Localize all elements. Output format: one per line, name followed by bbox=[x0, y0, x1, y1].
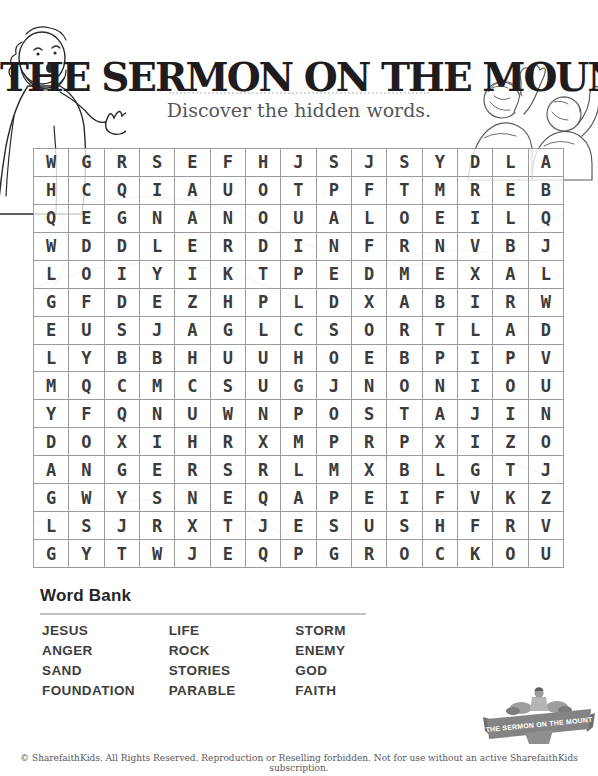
word-bank-column-3: STORMENEMYGODFAITH bbox=[295, 621, 422, 701]
grid-cell-r14c7[interactable]: J bbox=[246, 512, 281, 540]
grid-cell-r6c5[interactable]: Z bbox=[175, 289, 210, 317]
grid-cell-r6c6[interactable]: H bbox=[211, 289, 246, 317]
grid-cell-r15c12[interactable]: C bbox=[423, 540, 458, 568]
grid-cell-r4c3[interactable]: D bbox=[105, 233, 140, 261]
word-bank-rule bbox=[40, 613, 366, 615]
grid-cell-r9c9[interactable]: J bbox=[317, 372, 352, 400]
grid-cell-r2c10[interactable]: F bbox=[352, 177, 387, 205]
grid-cell-r9c5[interactable]: C bbox=[175, 372, 210, 400]
grid-cell-r3c5[interactable]: A bbox=[175, 205, 210, 233]
grid-cell-r8c7[interactable]: U bbox=[246, 345, 281, 373]
word-bank-item: STORIES bbox=[169, 661, 296, 681]
grid-cell-r11c10[interactable]: R bbox=[352, 428, 387, 456]
grid-cell-r9c6[interactable]: S bbox=[211, 372, 246, 400]
grid-cell-r12c2[interactable]: N bbox=[69, 456, 104, 484]
grid-cell-r3c8[interactable]: U bbox=[281, 205, 316, 233]
badge-logo: THE SERMON ON THE MOUNT bbox=[483, 686, 595, 750]
grid-cell-r8c9[interactable]: O bbox=[317, 345, 352, 373]
subtitle: Discover the hidden words. bbox=[0, 99, 598, 121]
grid-cell-r2c11[interactable]: T bbox=[387, 177, 422, 205]
grid-cell-r13c1[interactable]: G bbox=[34, 484, 69, 512]
grid-cell-r12c6[interactable]: S bbox=[211, 456, 246, 484]
grid-cell-r3c4[interactable]: N bbox=[140, 205, 175, 233]
grid-cell-r5c7[interactable]: T bbox=[246, 261, 281, 289]
grid-cell-r10c15[interactable]: N bbox=[529, 400, 564, 428]
grid-cell-r3c15[interactable]: Q bbox=[529, 205, 564, 233]
grid-cell-r8c10[interactable]: E bbox=[352, 345, 387, 373]
grid-cell-r4c6[interactable]: R bbox=[211, 233, 246, 261]
grid-cell-r11c15[interactable]: O bbox=[529, 428, 564, 456]
grid-cell-r9c8[interactable]: G bbox=[281, 372, 316, 400]
grid-cell-r8c3[interactable]: B bbox=[105, 345, 140, 373]
grid-cell-r10c14[interactable]: I bbox=[493, 400, 528, 428]
grid-cell-r7c7[interactable]: L bbox=[246, 317, 281, 345]
grid-cell-r10c2[interactable]: F bbox=[69, 400, 104, 428]
grid-cell-r7c14[interactable]: A bbox=[493, 317, 528, 345]
grid-cell-r15c6[interactable]: E bbox=[211, 540, 246, 568]
grid-cell-r15c9[interactable]: G bbox=[317, 540, 352, 568]
grid-cell-r2c12[interactable]: M bbox=[423, 177, 458, 205]
grid-cell-r8c13[interactable]: I bbox=[458, 345, 493, 373]
grid-cell-r10c1[interactable]: Y bbox=[34, 400, 69, 428]
grid-cell-r9c4[interactable]: M bbox=[140, 372, 175, 400]
grid-cell-r2c15[interactable]: B bbox=[529, 177, 564, 205]
grid-cell-r5c13[interactable]: X bbox=[458, 261, 493, 289]
grid-cell-r14c2[interactable]: S bbox=[69, 512, 104, 540]
grid-cell-r11c5[interactable]: H bbox=[175, 428, 210, 456]
grid-cell-r5c14[interactable]: A bbox=[493, 261, 528, 289]
grid-cell-r14c5[interactable]: X bbox=[175, 512, 210, 540]
grid-cell-r4c11[interactable]: R bbox=[387, 233, 422, 261]
grid-cell-r10c5[interactable]: U bbox=[175, 400, 210, 428]
grid-cell-r6c4[interactable]: E bbox=[140, 289, 175, 317]
grid-cell-r10c3[interactable]: Q bbox=[105, 400, 140, 428]
grid-cell-r9c13[interactable]: I bbox=[458, 372, 493, 400]
grid-cell-r13c11[interactable]: I bbox=[387, 484, 422, 512]
grid-cell-r12c4[interactable]: E bbox=[140, 456, 175, 484]
grid-cell-r5c12[interactable]: E bbox=[423, 261, 458, 289]
grid-cell-r12c15[interactable]: J bbox=[529, 456, 564, 484]
grid-cell-r6c1[interactable]: G bbox=[34, 289, 69, 317]
grid-cell-r12c11[interactable]: B bbox=[387, 456, 422, 484]
grid-cell-r4c14[interactable]: B bbox=[493, 233, 528, 261]
grid-cell-r3c9[interactable]: A bbox=[317, 205, 352, 233]
grid-cell-r7c13[interactable]: L bbox=[458, 317, 493, 345]
grid-cell-r2c8[interactable]: T bbox=[281, 177, 316, 205]
grid-cell-r4c10[interactable]: F bbox=[352, 233, 387, 261]
grid-cell-r7c9[interactable]: S bbox=[317, 317, 352, 345]
word-bank-item: ANGER bbox=[42, 641, 169, 661]
grid-cell-r13c9[interactable]: P bbox=[317, 484, 352, 512]
grid-cell-r12c9[interactable]: M bbox=[317, 456, 352, 484]
grid-cell-r7c5[interactable]: A bbox=[175, 317, 210, 345]
grid-cell-r11c9[interactable]: P bbox=[317, 428, 352, 456]
grid-cell-r9c3[interactable]: C bbox=[105, 372, 140, 400]
grid-cell-r15c14[interactable]: O bbox=[493, 540, 528, 568]
grid-cell-r6c3[interactable]: D bbox=[105, 289, 140, 317]
grid-cell-r7c4[interactable]: J bbox=[140, 317, 175, 345]
grid-cell-r14c14[interactable]: R bbox=[493, 512, 528, 540]
grid-cell-r2c4[interactable]: I bbox=[140, 177, 175, 205]
grid-cell-r8c14[interactable]: P bbox=[493, 345, 528, 373]
grid-cell-r7c2[interactable]: U bbox=[69, 317, 104, 345]
grid-cell-r14c1[interactable]: L bbox=[34, 512, 69, 540]
grid-cell-r8c4[interactable]: B bbox=[140, 345, 175, 373]
grid-cell-r12c13[interactable]: G bbox=[458, 456, 493, 484]
grid-cell-r13c10[interactable]: E bbox=[352, 484, 387, 512]
word-bank-item: FOUNDATION bbox=[42, 681, 169, 701]
grid-cell-r7c11[interactable]: R bbox=[387, 317, 422, 345]
word-bank-item: GOD bbox=[295, 661, 422, 681]
grid-cell-r14c9[interactable]: S bbox=[317, 512, 352, 540]
word-bank-item: PARABLE bbox=[169, 681, 296, 701]
grid-cell-r5c1[interactable]: L bbox=[34, 261, 69, 289]
grid-cell-r5c2[interactable]: O bbox=[69, 261, 104, 289]
grid-cell-r14c6[interactable]: T bbox=[211, 512, 246, 540]
word-bank-heading: Word Bank bbox=[40, 586, 131, 606]
grid-cell-r12c1[interactable]: A bbox=[34, 456, 69, 484]
copyright-footer: © SharefaithKids. All Rights Reserved. R… bbox=[0, 753, 598, 773]
word-bank-item: JESUS bbox=[42, 621, 169, 641]
word-bank-item: STORM bbox=[295, 621, 422, 641]
grid-cell-r11c13[interactable]: I bbox=[458, 428, 493, 456]
grid-cell-r8c11[interactable]: B bbox=[387, 345, 422, 373]
grid-cell-r1c4[interactable]: S bbox=[140, 149, 175, 177]
grid-cell-r1c6[interactable]: F bbox=[211, 149, 246, 177]
grid-cell-r11c1[interactable]: D bbox=[34, 428, 69, 456]
grid-cell-r2c13[interactable]: R bbox=[458, 177, 493, 205]
grid-cell-r15c10[interactable]: R bbox=[352, 540, 387, 568]
grid-cell-r12c7[interactable]: R bbox=[246, 456, 281, 484]
grid-cell-r11c14[interactable]: Z bbox=[493, 428, 528, 456]
grid-cell-r2c9[interactable]: P bbox=[317, 177, 352, 205]
grid-cell-r14c13[interactable]: F bbox=[458, 512, 493, 540]
grid-cell-r11c11[interactable]: P bbox=[387, 428, 422, 456]
grid-cell-r5c11[interactable]: M bbox=[387, 261, 422, 289]
grid-cell-r4c8[interactable]: I bbox=[281, 233, 316, 261]
grid-cell-r10c12[interactable]: A bbox=[423, 400, 458, 428]
grid-cell-r9c15[interactable]: U bbox=[529, 372, 564, 400]
grid-cell-r2c2[interactable]: C bbox=[69, 177, 104, 205]
grid-cell-r1c5[interactable]: E bbox=[175, 149, 210, 177]
grid-cell-r11c12[interactable]: X bbox=[423, 428, 458, 456]
grid-cell-r3c14[interactable]: L bbox=[493, 205, 528, 233]
grid-cell-r13c3[interactable]: Y bbox=[105, 484, 140, 512]
grid-cell-r13c2[interactable]: W bbox=[69, 484, 104, 512]
grid-cell-r4c5[interactable]: E bbox=[175, 233, 210, 261]
grid-cell-r3c10[interactable]: L bbox=[352, 205, 387, 233]
grid-cell-r13c13[interactable]: V bbox=[458, 484, 493, 512]
grid-cell-r6c2[interactable]: F bbox=[69, 289, 104, 317]
grid-cell-r13c8[interactable]: A bbox=[281, 484, 316, 512]
grid-cell-r7c15[interactable]: D bbox=[529, 317, 564, 345]
word-bank-item: SAND bbox=[42, 661, 169, 681]
grid-cell-r3c7[interactable]: O bbox=[246, 205, 281, 233]
grid-cell-r8c6[interactable]: U bbox=[211, 345, 246, 373]
grid-cell-r6c15[interactable]: W bbox=[529, 289, 564, 317]
grid-cell-r5c10[interactable]: D bbox=[352, 261, 387, 289]
grid-cell-r6c12[interactable]: B bbox=[423, 289, 458, 317]
grid-cell-r4c15[interactable]: J bbox=[529, 233, 564, 261]
grid-cell-r5c3[interactable]: I bbox=[105, 261, 140, 289]
grid-cell-r1c14[interactable]: L bbox=[493, 149, 528, 177]
grid-cell-r11c8[interactable]: M bbox=[281, 428, 316, 456]
grid-cell-r10c9[interactable]: O bbox=[317, 400, 352, 428]
grid-cell-r8c12[interactable]: P bbox=[423, 345, 458, 373]
grid-cell-r15c1[interactable]: G bbox=[34, 540, 69, 568]
grid-cell-r4c9[interactable]: N bbox=[317, 233, 352, 261]
grid-cell-r2c1[interactable]: H bbox=[34, 177, 69, 205]
grid-cell-r14c11[interactable]: S bbox=[387, 512, 422, 540]
grid-cell-r5c4[interactable]: Y bbox=[140, 261, 175, 289]
grid-cell-r12c10[interactable]: X bbox=[352, 456, 387, 484]
grid-cell-r7c6[interactable]: G bbox=[211, 317, 246, 345]
grid-cell-r11c4[interactable]: I bbox=[140, 428, 175, 456]
grid-cell-r2c7[interactable]: O bbox=[246, 177, 281, 205]
grid-cell-r13c15[interactable]: Z bbox=[529, 484, 564, 512]
grid-cell-r6c9[interactable]: D bbox=[317, 289, 352, 317]
grid-cell-r12c12[interactable]: L bbox=[423, 456, 458, 484]
grid-cell-r7c10[interactable]: O bbox=[352, 317, 387, 345]
grid-cell-r15c2[interactable]: Y bbox=[69, 540, 104, 568]
grid-cell-r3c2[interactable]: E bbox=[69, 205, 104, 233]
grid-cell-r9c2[interactable]: Q bbox=[69, 372, 104, 400]
grid-cell-r4c13[interactable]: V bbox=[458, 233, 493, 261]
grid-cell-r9c7[interactable]: U bbox=[246, 372, 281, 400]
word-bank-item: FAITH bbox=[295, 681, 422, 701]
grid-cell-r1c3[interactable]: R bbox=[105, 149, 140, 177]
grid-cell-r10c11[interactable]: T bbox=[387, 400, 422, 428]
grid-cell-r9c10[interactable]: N bbox=[352, 372, 387, 400]
grid-cell-r7c12[interactable]: T bbox=[423, 317, 458, 345]
grid-cell-r15c13[interactable]: K bbox=[458, 540, 493, 568]
grid-cell-r15c4[interactable]: W bbox=[140, 540, 175, 568]
grid-cell-r4c7[interactable]: D bbox=[246, 233, 281, 261]
grid-cell-r8c15[interactable]: V bbox=[529, 345, 564, 373]
grid-cell-r1c10[interactable]: J bbox=[352, 149, 387, 177]
grid-cell-r15c5[interactable]: J bbox=[175, 540, 210, 568]
dotted-divider bbox=[169, 92, 429, 94]
grid-cell-r3c1[interactable]: Q bbox=[34, 205, 69, 233]
grid-cell-r11c7[interactable]: X bbox=[246, 428, 281, 456]
grid-cell-r1c12[interactable]: Y bbox=[423, 149, 458, 177]
grid-cell-r5c6[interactable]: K bbox=[211, 261, 246, 289]
grid-cell-r6c8[interactable]: L bbox=[281, 289, 316, 317]
word-search-grid: WGRSEFHJSJSYDLAHCQIAUOTPFTMREBQEGNANOUAL… bbox=[33, 148, 564, 568]
grid-cell-r4c4[interactable]: L bbox=[140, 233, 175, 261]
grid-cell-r10c13[interactable]: J bbox=[458, 400, 493, 428]
grid-cell-r11c2[interactable]: O bbox=[69, 428, 104, 456]
grid-cell-r8c1[interactable]: L bbox=[34, 345, 69, 373]
grid-cell-r15c15[interactable]: U bbox=[529, 540, 564, 568]
grid-cell-r3c6[interactable]: N bbox=[211, 205, 246, 233]
grid-cell-r14c10[interactable]: U bbox=[352, 512, 387, 540]
grid-cell-r12c8[interactable]: L bbox=[281, 456, 316, 484]
grid-cell-r12c5[interactable]: R bbox=[175, 456, 210, 484]
word-bank: JESUSANGERSANDFOUNDATION LIFEROCKSTORIES… bbox=[42, 621, 422, 701]
word-bank-item: LIFE bbox=[169, 621, 296, 641]
grid-cell-r7c8[interactable]: C bbox=[281, 317, 316, 345]
grid-cell-r7c3[interactable]: S bbox=[105, 317, 140, 345]
grid-cell-r13c14[interactable]: K bbox=[493, 484, 528, 512]
grid-cell-r7c1[interactable]: E bbox=[34, 317, 69, 345]
grid-cell-r12c3[interactable]: G bbox=[105, 456, 140, 484]
grid-cell-r5c8[interactable]: P bbox=[281, 261, 316, 289]
grid-cell-r10c4[interactable]: N bbox=[140, 400, 175, 428]
grid-cell-r2c6[interactable]: U bbox=[211, 177, 246, 205]
grid-cell-r5c9[interactable]: E bbox=[317, 261, 352, 289]
grid-cell-r6c13[interactable]: I bbox=[458, 289, 493, 317]
grid-cell-r1c2[interactable]: G bbox=[69, 149, 104, 177]
grid-cell-r11c6[interactable]: R bbox=[211, 428, 246, 456]
grid-cell-r13c6[interactable]: E bbox=[211, 484, 246, 512]
grid-cell-r13c12[interactable]: F bbox=[423, 484, 458, 512]
word-bank-item: ROCK bbox=[169, 641, 296, 661]
grid-cell-r1c7[interactable]: H bbox=[246, 149, 281, 177]
grid-cell-r13c7[interactable]: Q bbox=[246, 484, 281, 512]
grid-cell-r8c8[interactable]: H bbox=[281, 345, 316, 373]
grid-cell-r14c4[interactable]: R bbox=[140, 512, 175, 540]
grid-cell-r4c12[interactable]: N bbox=[423, 233, 458, 261]
grid-cell-r15c3[interactable]: T bbox=[105, 540, 140, 568]
grid-cell-r6c14[interactable]: R bbox=[493, 289, 528, 317]
grid-cell-r2c14[interactable]: E bbox=[493, 177, 528, 205]
grid-cell-r14c12[interactable]: H bbox=[423, 512, 458, 540]
grid-cell-r9c11[interactable]: O bbox=[387, 372, 422, 400]
grid-cell-r3c13[interactable]: I bbox=[458, 205, 493, 233]
grid-cell-r6c10[interactable]: X bbox=[352, 289, 387, 317]
grid-cell-r10c6[interactable]: W bbox=[211, 400, 246, 428]
grid-cell-r14c15[interactable]: V bbox=[529, 512, 564, 540]
grid-cell-r3c11[interactable]: O bbox=[387, 205, 422, 233]
grid-cell-r4c1[interactable]: W bbox=[34, 233, 69, 261]
grid-cell-r9c14[interactable]: O bbox=[493, 372, 528, 400]
grid-cell-r11c3[interactable]: X bbox=[105, 428, 140, 456]
grid-cell-r6c11[interactable]: A bbox=[387, 289, 422, 317]
grid-cell-r8c5[interactable]: H bbox=[175, 345, 210, 373]
grid-cell-r15c11[interactable]: O bbox=[387, 540, 422, 568]
grid-cell-r10c8[interactable]: P bbox=[281, 400, 316, 428]
grid-cell-r14c3[interactable]: J bbox=[105, 512, 140, 540]
grid-cell-r1c11[interactable]: S bbox=[387, 149, 422, 177]
grid-cell-r8c2[interactable]: Y bbox=[69, 345, 104, 373]
grid-cell-r14c8[interactable]: E bbox=[281, 512, 316, 540]
grid-cell-r9c1[interactable]: M bbox=[34, 372, 69, 400]
grid-cell-r10c10[interactable]: S bbox=[352, 400, 387, 428]
grid-cell-r4c2[interactable]: D bbox=[69, 233, 104, 261]
grid-cell-r1c8[interactable]: J bbox=[281, 149, 316, 177]
grid-cell-r1c15[interactable]: A bbox=[529, 149, 564, 177]
word-bank-item: ENEMY bbox=[295, 641, 422, 661]
grid-cell-r1c9[interactable]: S bbox=[317, 149, 352, 177]
word-bank-column-1: JESUSANGERSANDFOUNDATION bbox=[42, 621, 169, 701]
grid-cell-r10c7[interactable]: N bbox=[246, 400, 281, 428]
grid-cell-r13c5[interactable]: N bbox=[175, 484, 210, 512]
grid-cell-r2c3[interactable]: Q bbox=[105, 177, 140, 205]
grid-cell-r3c3[interactable]: G bbox=[105, 205, 140, 233]
grid-cell-r13c4[interactable]: S bbox=[140, 484, 175, 512]
grid-cell-r1c13[interactable]: D bbox=[458, 149, 493, 177]
grid-cell-r6c7[interactable]: P bbox=[246, 289, 281, 317]
grid-cell-r5c5[interactable]: I bbox=[175, 261, 210, 289]
grid-cell-r12c14[interactable]: T bbox=[493, 456, 528, 484]
grid-cell-r9c12[interactable]: N bbox=[423, 372, 458, 400]
grid-cell-r1c1[interactable]: W bbox=[34, 149, 69, 177]
word-bank-column-2: LIFEROCKSTORIESPARABLE bbox=[169, 621, 296, 701]
grid-cell-r15c7[interactable]: Q bbox=[246, 540, 281, 568]
grid-cell-r15c8[interactable]: P bbox=[281, 540, 316, 568]
grid-cell-r5c15[interactable]: L bbox=[529, 261, 564, 289]
grid-cell-r3c12[interactable]: E bbox=[423, 205, 458, 233]
grid-cell-r2c5[interactable]: A bbox=[175, 177, 210, 205]
